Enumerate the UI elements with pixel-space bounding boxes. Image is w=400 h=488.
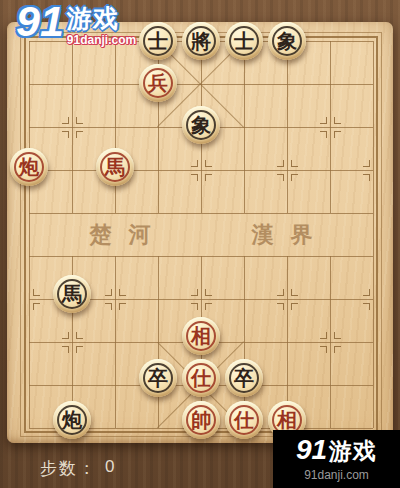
point-marker [105,289,112,296]
point-marker [205,160,212,167]
piece-black-cannon[interactable]: 炮 [53,401,91,439]
piece-black-soldier[interactable]: 卒 [139,359,177,397]
91-logo: 91 [296,436,327,464]
grid-line [29,256,373,257]
point-marker [320,346,327,353]
grid-line [287,41,288,213]
91-games-label: 游戏 [329,436,377,467]
piece-black-elephant[interactable]: 象 [268,22,306,60]
grid-line [29,213,373,214]
point-marker [277,174,284,181]
point-marker [191,160,198,167]
point-marker [191,289,198,296]
river-label-right: 漢界 [235,220,330,250]
piece-character: 馬 [96,148,134,186]
piece-red-horse[interactable]: 馬 [96,148,134,186]
board-grid: 楚河 漢界 士將士象兵象炮馬馬相卒仕卒帥仕相炮 [29,41,373,428]
point-marker [33,303,40,310]
grid-line [244,41,245,213]
point-marker [363,289,370,296]
point-marker [105,303,112,310]
point-marker [76,117,83,124]
grid-line [29,41,30,428]
point-marker [277,160,284,167]
point-marker [277,303,284,310]
piece-character: 兵 [139,64,177,102]
piece-character: 仕 [182,359,220,397]
point-marker [291,174,298,181]
piece-red-general[interactable]: 帥 [182,401,220,439]
point-marker [291,289,298,296]
point-marker [119,303,126,310]
91-games-label: 游戏 [67,6,136,31]
piece-character: 相 [182,317,220,355]
grid-line [29,84,373,85]
piece-character: 士 [139,22,177,60]
piece-character: 馬 [53,275,91,313]
point-marker [363,174,370,181]
piece-red-advisor[interactable]: 仕 [225,401,263,439]
piece-red-advisor[interactable]: 仕 [182,359,220,397]
game-screen: 楚河 漢界 士將士象兵象炮馬馬相卒仕卒帥仕相炮 91 游戏 91danji.co… [0,0,400,488]
piece-red-soldier[interactable]: 兵 [139,64,177,102]
point-marker [33,289,40,296]
point-marker [334,332,341,339]
point-marker [62,332,69,339]
piece-character: 將 [182,22,220,60]
point-marker [277,289,284,296]
piece-black-horse[interactable]: 馬 [53,275,91,313]
piece-character: 象 [268,22,306,60]
point-marker [62,131,69,138]
point-marker [119,289,126,296]
piece-character: 帥 [182,401,220,439]
grid-line [115,41,116,213]
piece-character: 仕 [225,401,263,439]
point-marker [291,303,298,310]
point-marker [334,117,341,124]
91danji-site-label: 91danji.com [304,468,369,482]
point-marker [62,346,69,353]
point-marker [62,117,69,124]
piece-character: 士 [225,22,263,60]
point-marker [334,346,341,353]
piece-character: 炮 [10,148,48,186]
steps-value: 0 [105,457,114,480]
watermark-bottom-right: 91 游戏 91danji.com [273,430,400,488]
grid-line [115,256,116,428]
piece-black-elephant[interactable]: 象 [182,106,220,144]
grid-line [373,41,374,428]
91danji-site-label: 91danji.com [67,33,136,47]
point-marker [205,174,212,181]
grid-line [72,41,73,213]
river-label-left: 楚河 [73,220,168,250]
piece-black-soldier[interactable]: 卒 [225,359,263,397]
point-marker [205,303,212,310]
piece-character: 卒 [139,359,177,397]
xiangqi-board[interactable]: 楚河 漢界 士將士象兵象炮馬馬相卒仕卒帥仕相炮 [7,22,393,443]
grid-line [158,256,159,428]
point-marker [76,131,83,138]
point-marker [320,131,327,138]
point-marker [76,332,83,339]
piece-black-advisor[interactable]: 士 [225,22,263,60]
piece-black-general[interactable]: 將 [182,22,220,60]
piece-character: 卒 [225,359,263,397]
grid-line [330,256,331,428]
point-marker [191,303,198,310]
piece-black-advisor[interactable]: 士 [139,22,177,60]
point-marker [320,117,327,124]
point-marker [205,289,212,296]
grid-line [330,41,331,213]
point-marker [291,160,298,167]
point-marker [76,346,83,353]
point-marker [363,160,370,167]
91-logo: 91 [16,1,64,42]
grid-line [29,170,373,171]
point-marker [363,303,370,310]
steps-label: 步数： [40,457,97,480]
point-marker [334,131,341,138]
point-marker [320,332,327,339]
watermark-top-left: 91 游戏 91danji.com [16,1,136,47]
piece-red-elephant[interactable]: 相 [182,317,220,355]
piece-red-cannon[interactable]: 炮 [10,148,48,186]
point-marker [191,174,198,181]
status-bar: 步数： 0 [40,457,114,480]
piece-character: 象 [182,106,220,144]
piece-character: 炮 [53,401,91,439]
